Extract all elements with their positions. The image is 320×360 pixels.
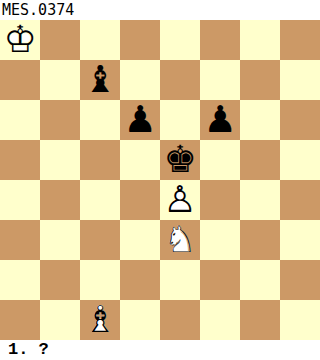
white-knight[interactable]: ♞♘ [160,220,200,260]
diagram-title: MES.0374 [0,0,320,20]
square-f4[interactable] [200,180,240,220]
square-f7[interactable] [200,60,240,100]
square-e1[interactable] [160,300,200,340]
square-h3[interactable] [280,220,320,260]
square-h6[interactable] [280,100,320,140]
white-bishop[interactable]: ♝♗ [80,300,120,340]
white-bishop-outline-glyph: ♗ [80,300,120,340]
move-prompt: 1. ? [0,340,320,360]
square-a8[interactable]: ♚♔ [0,20,40,60]
square-g6[interactable] [240,100,280,140]
square-b5[interactable] [40,140,80,180]
black-bishop[interactable]: ♝ [83,60,116,100]
square-b4[interactable] [40,180,80,220]
square-e7[interactable] [160,60,200,100]
square-h1[interactable] [280,300,320,340]
square-f3[interactable] [200,220,240,260]
square-d7[interactable] [120,60,160,100]
square-d2[interactable] [120,260,160,300]
square-d8[interactable] [120,20,160,60]
square-e6[interactable] [160,100,200,140]
square-f6[interactable]: ♟ [200,100,240,140]
square-c7[interactable]: ♝ [80,60,120,100]
square-g4[interactable] [240,180,280,220]
square-a5[interactable] [0,140,40,180]
square-d5[interactable] [120,140,160,180]
square-b8[interactable] [40,20,80,60]
square-f2[interactable] [200,260,240,300]
white-pawn[interactable]: ♟♙ [160,180,200,220]
square-a4[interactable] [0,180,40,220]
square-a6[interactable] [0,100,40,140]
square-h7[interactable] [280,60,320,100]
square-h5[interactable] [280,140,320,180]
square-b2[interactable] [40,260,80,300]
square-b7[interactable] [40,60,80,100]
square-a7[interactable] [0,60,40,100]
square-d4[interactable] [120,180,160,220]
square-e3[interactable]: ♞♘ [160,220,200,260]
square-c4[interactable] [80,180,120,220]
square-a2[interactable] [0,260,40,300]
square-g1[interactable] [240,300,280,340]
square-b6[interactable] [40,100,80,140]
white-knight-outline-glyph: ♘ [160,220,200,260]
square-e4[interactable]: ♟♙ [160,180,200,220]
square-e5[interactable]: ♚ [160,140,200,180]
square-h4[interactable] [280,180,320,220]
square-b1[interactable] [40,300,80,340]
square-d6[interactable]: ♟ [120,100,160,140]
square-d3[interactable] [120,220,160,260]
square-g5[interactable] [240,140,280,180]
black-pawn[interactable]: ♟ [123,100,156,140]
square-h8[interactable] [280,20,320,60]
square-g7[interactable] [240,60,280,100]
square-c6[interactable] [80,100,120,140]
square-c5[interactable] [80,140,120,180]
square-c2[interactable] [80,260,120,300]
chess-board: ♚♔♝♟♟♚♟♙♞♘♝♗ [0,20,320,340]
square-a1[interactable] [0,300,40,340]
square-f1[interactable] [200,300,240,340]
square-h2[interactable] [280,260,320,300]
square-g8[interactable] [240,20,280,60]
square-g2[interactable] [240,260,280,300]
square-f5[interactable] [200,140,240,180]
white-king-outline-glyph: ♔ [0,20,40,60]
square-e8[interactable] [160,20,200,60]
square-d1[interactable] [120,300,160,340]
square-c3[interactable] [80,220,120,260]
square-a3[interactable] [0,220,40,260]
square-e2[interactable] [160,260,200,300]
square-b3[interactable] [40,220,80,260]
square-f8[interactable] [200,20,240,60]
white-king[interactable]: ♚♔ [0,20,40,60]
square-g3[interactable] [240,220,280,260]
square-c1[interactable]: ♝♗ [80,300,120,340]
black-pawn[interactable]: ♟ [203,100,236,140]
black-king[interactable]: ♚ [163,140,196,180]
white-pawn-outline-glyph: ♙ [160,180,200,220]
square-c8[interactable] [80,20,120,60]
